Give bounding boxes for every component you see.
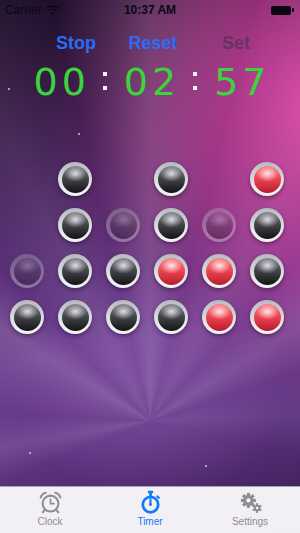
led-cell-r4c4 <box>147 294 195 340</box>
led-r4c1-off <box>10 300 44 334</box>
timer-readout: 00 02 57 <box>0 63 300 101</box>
led-r4c3-off <box>106 300 140 334</box>
set-button[interactable]: Set <box>222 33 250 54</box>
stopwatch-icon <box>138 490 163 515</box>
timer-minutes: 02 <box>120 63 180 101</box>
led-r3c4-on <box>154 254 188 288</box>
led-cell-r2c1 <box>3 202 51 248</box>
led-r2c6-off <box>250 208 284 242</box>
led-r3c6-off <box>250 254 284 288</box>
wallpaper-speck <box>78 133 80 135</box>
gears-icon <box>238 490 263 515</box>
tab-timer-label: Timer <box>137 516 162 527</box>
wallpaper-speck <box>29 452 31 454</box>
led-cell-r3c1 <box>3 248 51 294</box>
led-r2c2-off <box>58 208 92 242</box>
led-r2c4-off <box>154 208 188 242</box>
led-cell-r1c4 <box>147 156 195 202</box>
tab-bar: Clock Timer <box>0 486 300 533</box>
led-r4c2-off <box>58 300 92 334</box>
tab-timer[interactable]: Timer <box>100 487 200 533</box>
led-r3c3-off <box>106 254 140 288</box>
led-r4c4-off <box>154 300 188 334</box>
led-cell-r2c5 <box>195 202 243 248</box>
wallpaper-speck <box>205 465 207 467</box>
app-screen: Carrier 10:37 AM Stop Reset Set 00 02 57 <box>0 0 300 533</box>
reset-button[interactable]: Reset <box>128 33 177 54</box>
led-cell-r3c4 <box>147 248 195 294</box>
led-cell-r2c2 <box>51 202 99 248</box>
led-r1c6-on <box>250 162 284 196</box>
led-cell-r1c5 <box>195 156 243 202</box>
stop-button[interactable]: Stop <box>56 33 96 54</box>
led-cell-r2c4 <box>147 202 195 248</box>
led-cell-r4c5 <box>195 294 243 340</box>
led-cell-r1c6 <box>243 156 291 202</box>
led-cell-r1c2 <box>51 156 99 202</box>
led-r4c5-on <box>202 300 236 334</box>
tab-settings[interactable]: Settings <box>200 487 300 533</box>
status-time: 10:37 AM <box>0 3 300 17</box>
timer-hours: 00 <box>29 63 89 101</box>
led-cell-r1c3 <box>99 156 147 202</box>
led-r3c2-off <box>58 254 92 288</box>
alarm-clock-icon <box>38 490 63 515</box>
status-bar: Carrier 10:37 AM <box>0 0 300 20</box>
led-cell-r2c6 <box>243 202 291 248</box>
binary-led-grid <box>3 156 291 340</box>
timer-seconds: 57 <box>210 63 270 101</box>
led-r3c1-off <box>10 254 44 288</box>
led-cell-r3c2 <box>51 248 99 294</box>
led-cell-r2c3 <box>99 202 147 248</box>
led-r3c5-on <box>202 254 236 288</box>
tab-settings-label: Settings <box>232 516 268 527</box>
led-cell-r1c1 <box>3 156 51 202</box>
timer-colon <box>103 63 107 101</box>
led-r2c5-off <box>202 208 236 242</box>
led-cell-r4c6 <box>243 294 291 340</box>
led-cell-r4c3 <box>99 294 147 340</box>
led-r2c3-off <box>106 208 140 242</box>
timer-colon <box>193 63 197 101</box>
battery-icon <box>271 6 294 15</box>
led-cell-r4c2 <box>51 294 99 340</box>
tab-clock[interactable]: Clock <box>0 487 100 533</box>
led-cell-r3c6 <box>243 248 291 294</box>
led-r4c6-on <box>250 300 284 334</box>
led-r1c4-off <box>154 162 188 196</box>
led-r1c2-off <box>58 162 92 196</box>
led-cell-r4c1 <box>3 294 51 340</box>
led-cell-r3c5 <box>195 248 243 294</box>
led-cell-r3c3 <box>99 248 147 294</box>
tab-clock-label: Clock <box>37 516 62 527</box>
